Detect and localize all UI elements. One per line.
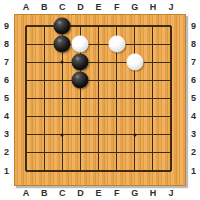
intersection-J6[interactable] xyxy=(162,71,180,89)
white-stone-D8 xyxy=(72,36,89,53)
coord-label-left-3: 3 xyxy=(1,126,12,144)
intersection-H1[interactable] xyxy=(144,162,162,180)
intersection-D3[interactable] xyxy=(71,126,89,144)
coord-label-top-F: F xyxy=(108,1,126,13)
black-stone-C8 xyxy=(54,36,71,53)
intersection-B4[interactable] xyxy=(35,108,53,126)
intersection-J1[interactable] xyxy=(162,162,180,180)
star-point-C3 xyxy=(61,133,64,136)
intersection-E5[interactable] xyxy=(90,90,108,108)
intersection-C6[interactable] xyxy=(53,71,71,89)
intersection-B7[interactable] xyxy=(35,53,53,71)
intersection-A4[interactable] xyxy=(17,108,35,126)
coord-label-left-5: 5 xyxy=(1,90,12,108)
coord-label-right-2: 2 xyxy=(188,144,199,162)
intersection-J7[interactable] xyxy=(162,53,180,71)
intersection-C2[interactable] xyxy=(53,144,71,162)
intersection-G9[interactable] xyxy=(126,17,144,35)
intersection-E1[interactable] xyxy=(90,162,108,180)
intersection-H9[interactable] xyxy=(144,17,162,35)
coord-label-top-B: B xyxy=(35,1,53,13)
coord-label-bottom-C: C xyxy=(53,187,71,199)
goban-grid xyxy=(17,17,180,180)
intersection-H3[interactable] xyxy=(144,126,162,144)
coord-label-top-G: G xyxy=(126,1,144,13)
intersection-A6[interactable] xyxy=(17,71,35,89)
intersection-J9[interactable] xyxy=(162,17,180,35)
intersection-A5[interactable] xyxy=(17,90,35,108)
intersection-J8[interactable] xyxy=(162,35,180,53)
intersection-C4[interactable] xyxy=(53,108,71,126)
intersection-H7[interactable] xyxy=(144,53,162,71)
intersection-E9[interactable] xyxy=(90,17,108,35)
coord-label-right-1: 1 xyxy=(188,162,199,180)
intersection-D9[interactable] xyxy=(71,17,89,35)
coord-label-bottom-H: H xyxy=(144,187,162,199)
white-stone-F8 xyxy=(108,36,125,53)
coord-label-right-7: 7 xyxy=(188,53,199,71)
intersection-J4[interactable] xyxy=(162,108,180,126)
intersection-H2[interactable] xyxy=(144,144,162,162)
intersection-G5[interactable] xyxy=(126,90,144,108)
intersection-B5[interactable] xyxy=(35,90,53,108)
intersection-C3[interactable] xyxy=(53,126,71,144)
coord-label-bottom-B: B xyxy=(35,187,53,199)
coord-label-left-1: 1 xyxy=(1,162,12,180)
intersection-D5[interactable] xyxy=(71,90,89,108)
intersection-A7[interactable] xyxy=(17,53,35,71)
intersection-F2[interactable] xyxy=(108,144,126,162)
intersection-E7[interactable] xyxy=(90,53,108,71)
intersection-E4[interactable] xyxy=(90,108,108,126)
intersection-J2[interactable] xyxy=(162,144,180,162)
intersection-B3[interactable] xyxy=(35,126,53,144)
black-stone-C9 xyxy=(54,18,71,35)
intersection-F8[interactable] xyxy=(108,35,126,53)
intersection-G7[interactable] xyxy=(126,53,144,71)
intersection-E2[interactable] xyxy=(90,144,108,162)
intersection-B9[interactable] xyxy=(35,17,53,35)
coord-label-right-4: 4 xyxy=(188,108,199,126)
intersection-B8[interactable] xyxy=(35,35,53,53)
intersection-H6[interactable] xyxy=(144,71,162,89)
intersection-A9[interactable] xyxy=(17,17,35,35)
intersection-G4[interactable] xyxy=(126,108,144,126)
intersection-F7[interactable] xyxy=(108,53,126,71)
coord-label-right-5: 5 xyxy=(188,90,199,108)
coord-label-left-9: 9 xyxy=(1,17,12,35)
intersection-F1[interactable] xyxy=(108,162,126,180)
coord-label-right-3: 3 xyxy=(188,126,199,144)
coord-label-top-E: E xyxy=(90,1,108,13)
intersection-C9[interactable] xyxy=(53,17,71,35)
intersection-J3[interactable] xyxy=(162,126,180,144)
intersection-G3[interactable] xyxy=(126,126,144,144)
black-stone-D7 xyxy=(72,54,89,71)
coord-label-left-6: 6 xyxy=(1,71,12,89)
intersection-B2[interactable] xyxy=(35,144,53,162)
intersection-H4[interactable] xyxy=(144,108,162,126)
intersection-G8[interactable] xyxy=(126,35,144,53)
intersection-F3[interactable] xyxy=(108,126,126,144)
intersection-H8[interactable] xyxy=(144,35,162,53)
intersection-H5[interactable] xyxy=(144,90,162,108)
intersection-A1[interactable] xyxy=(17,162,35,180)
intersection-C1[interactable] xyxy=(53,162,71,180)
coord-label-bottom-E: E xyxy=(90,187,108,199)
coord-label-bottom-A: A xyxy=(17,187,35,199)
coord-label-top-D: D xyxy=(71,1,89,13)
coord-label-top-J: J xyxy=(162,1,180,13)
coord-label-left-2: 2 xyxy=(1,144,12,162)
intersection-D6[interactable] xyxy=(71,71,89,89)
coord-label-right-8: 8 xyxy=(188,35,199,53)
intersection-D8[interactable] xyxy=(71,35,89,53)
coord-label-bottom-D: D xyxy=(71,187,89,199)
bottom-coordinates: ABCDEFGHJ xyxy=(17,187,180,199)
intersection-A8[interactable] xyxy=(17,35,35,53)
intersection-E3[interactable] xyxy=(90,126,108,144)
intersection-F5[interactable] xyxy=(108,90,126,108)
intersection-A3[interactable] xyxy=(17,126,35,144)
coord-label-top-A: A xyxy=(17,1,35,13)
goban xyxy=(14,14,186,186)
intersection-C7[interactable] xyxy=(53,53,71,71)
coord-label-bottom-J: J xyxy=(162,187,180,199)
white-stone-G7 xyxy=(126,54,143,71)
intersection-F6[interactable] xyxy=(108,71,126,89)
intersection-C8[interactable] xyxy=(53,35,71,53)
intersection-E6[interactable] xyxy=(90,71,108,89)
coord-label-bottom-G: G xyxy=(126,187,144,199)
intersection-J5[interactable] xyxy=(162,90,180,108)
coord-label-right-6: 6 xyxy=(188,71,199,89)
coord-label-top-H: H xyxy=(144,1,162,13)
star-point-G3 xyxy=(133,133,136,136)
intersection-D1[interactable] xyxy=(71,162,89,180)
intersection-G1[interactable] xyxy=(126,162,144,180)
coord-label-bottom-F: F xyxy=(108,187,126,199)
intersection-E8[interactable] xyxy=(90,35,108,53)
intersection-F4[interactable] xyxy=(108,108,126,126)
intersection-A2[interactable] xyxy=(17,144,35,162)
black-stone-D6 xyxy=(72,72,89,89)
star-point-C7 xyxy=(61,61,64,64)
go-diagram: ABCDEFGHJ ABCDEFGHJ 987654321 987654321 xyxy=(0,0,200,200)
intersection-D7[interactable] xyxy=(71,53,89,71)
intersection-B1[interactable] xyxy=(35,162,53,180)
left-coordinates: 987654321 xyxy=(1,17,12,180)
intersection-B6[interactable] xyxy=(35,71,53,89)
intersection-G2[interactable] xyxy=(126,144,144,162)
intersection-D4[interactable] xyxy=(71,108,89,126)
coord-label-left-7: 7 xyxy=(1,53,12,71)
top-coordinates: ABCDEFGHJ xyxy=(17,1,180,13)
coord-label-right-9: 9 xyxy=(188,17,199,35)
coord-label-top-C: C xyxy=(53,1,71,13)
right-coordinates: 987654321 xyxy=(188,17,199,180)
intersection-C5[interactable] xyxy=(53,90,71,108)
coord-label-left-8: 8 xyxy=(1,35,12,53)
intersection-G6[interactable] xyxy=(126,71,144,89)
intersection-F9[interactable] xyxy=(108,17,126,35)
coord-label-left-4: 4 xyxy=(1,108,12,126)
intersection-D2[interactable] xyxy=(71,144,89,162)
